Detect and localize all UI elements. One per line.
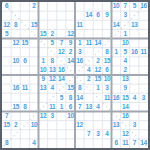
cell-r11c16[interactable]: 3 [139,93,148,102]
cell-r1c9[interactable] [75,2,84,11]
cell-r11c5[interactable] [39,93,48,102]
cell-r3c11[interactable] [93,20,102,29]
cell-r7c9[interactable]: 16 [75,57,84,66]
cell-r13c4[interactable] [29,112,38,121]
cell-r13c2[interactable] [11,112,20,121]
cell-r7c8[interactable]: 14 [66,57,75,66]
cell-r11c2[interactable] [11,93,20,102]
cell-r13c13[interactable] [112,112,121,121]
cell-r9c4[interactable] [29,75,38,84]
cell-r10c3[interactable]: 11 [20,84,29,93]
cell-r11c6[interactable] [48,93,57,102]
cell-r12c4[interactable] [29,102,38,111]
cell-r12c2[interactable]: 15 [11,102,20,111]
cell-r2c11[interactable]: 6 [93,11,102,20]
cell-r11c7[interactable]: 5 [57,93,66,102]
cell-r15c2[interactable] [11,130,20,139]
cell-r13c14[interactable]: 16 [121,112,130,121]
cell-r3c13[interactable]: 14 [112,20,121,29]
cell-r8c15[interactable] [130,66,139,75]
cell-r8c2[interactable] [11,66,20,75]
cell-r2c14[interactable]: 3 [121,11,130,20]
cell-r4c11[interactable] [93,29,102,38]
cell-r5c10[interactable]: 11 [84,39,93,48]
cell-r10c4[interactable] [29,84,38,93]
cell-r12c1[interactable] [2,102,11,111]
cell-r2c15[interactable] [130,11,139,20]
cell-r7c7[interactable] [57,57,66,66]
cell-r2c6[interactable] [48,11,57,20]
cell-r5c12[interactable] [102,39,111,48]
cell-r4c1[interactable]: 5 [2,29,11,38]
cell-r1c14[interactable]: 7 [121,2,130,11]
cell-r6c3[interactable] [20,48,29,57]
cell-r7c10[interactable] [84,57,93,66]
cell-r15c7[interactable] [57,130,66,139]
cell-r6c8[interactable]: 2 [66,48,75,57]
cell-r1c6[interactable] [48,2,57,11]
cell-r12c3[interactable]: 8 [20,102,29,111]
cell-r16c5[interactable] [39,139,48,148]
cell-r4c9[interactable] [75,29,84,38]
cell-r8c16[interactable] [139,66,148,75]
cell-r13c15[interactable] [130,112,139,121]
cell-r16c3[interactable] [20,139,29,148]
cell-r8c11[interactable]: 12 [93,66,102,75]
cell-r1c8[interactable] [66,2,75,11]
cell-r6c5[interactable] [39,48,48,57]
cell-r9c3[interactable] [20,75,29,84]
cell-r16c8[interactable] [66,139,75,148]
cell-r4c15[interactable] [130,29,139,38]
cell-r4c3[interactable] [20,29,29,38]
cell-r14c10[interactable] [84,121,93,130]
cell-r1c15[interactable]: 5 [130,2,139,11]
cell-r8c1[interactable] [2,66,11,75]
cell-r11c3[interactable] [20,93,29,102]
cell-r11c9[interactable]: 14 [75,93,84,102]
cell-r14c14[interactable] [121,121,130,130]
cell-r14c7[interactable] [57,121,66,130]
cell-r12c6[interactable]: 11 [48,102,57,111]
cell-r1c5[interactable] [39,2,48,11]
cell-r16c2[interactable] [11,139,20,148]
cell-r4c7[interactable] [57,29,66,38]
cell-r5c11[interactable]: 14 [93,39,102,48]
cell-r3c8[interactable] [66,20,75,29]
cell-r15c9[interactable] [75,130,84,139]
cell-r10c2[interactable]: 16 [11,84,20,93]
cell-r16c10[interactable] [84,139,93,148]
cell-r16c16[interactable]: 14 [139,139,148,148]
cell-r11c8[interactable]: 8 [66,93,75,102]
cell-r12c15[interactable] [130,102,139,111]
cell-r3c9[interactable]: 11 [75,20,84,29]
cell-r8c14[interactable]: 2 [121,66,130,75]
cell-r10c1[interactable] [2,84,11,93]
cell-r12c5[interactable] [39,102,48,111]
cell-r10c14[interactable]: 9 [121,84,130,93]
cell-r15c12[interactable]: 4 [102,130,111,139]
cell-r14c11[interactable] [93,121,102,130]
cell-r13c6[interactable]: 3 [48,112,57,121]
sudoku-board: 6210751614693128151114135152121121557911… [0,0,150,150]
cell-r1c1[interactable]: 6 [2,2,11,11]
cell-r3c6[interactable] [48,20,57,29]
cell-r13c8[interactable]: 10 [66,112,75,121]
cell-r2c16[interactable] [139,11,148,20]
cell-r14c15[interactable]: 3 [130,121,139,130]
cell-r11c11[interactable] [93,93,102,102]
cell-r9c9[interactable] [75,75,84,84]
cell-r7c13[interactable] [112,57,121,66]
cell-r8c7[interactable]: 16 [57,66,66,75]
cell-r1c7[interactable] [57,2,66,11]
cell-r16c1[interactable]: 8 [2,139,11,148]
cell-r5c1[interactable] [2,39,11,48]
cell-r9c7[interactable]: 14 [57,75,66,84]
cell-r11c15[interactable]: 4 [130,93,139,102]
cell-r3c7[interactable] [57,20,66,29]
cell-r7c1[interactable] [2,57,11,66]
cell-r6c6[interactable] [48,48,57,57]
cell-r3c12[interactable] [102,20,111,29]
cell-r15c13[interactable] [112,130,121,139]
cell-r2c3[interactable] [20,11,29,20]
cell-r7c4[interactable] [29,57,38,66]
cell-r11c12[interactable]: 11 [102,93,111,102]
cell-r6c16[interactable]: 11 [139,48,148,57]
cell-r12c13[interactable] [112,102,121,111]
cell-r1c3[interactable] [20,2,29,11]
cell-r3c2[interactable]: 8 [11,20,20,29]
cell-r5c15[interactable] [130,39,139,48]
cell-r4c13[interactable] [112,29,121,38]
cell-r6c13[interactable]: 1 [112,48,121,57]
cell-r10c7[interactable] [57,84,66,93]
cell-r2c2[interactable] [11,11,20,20]
cell-r3c5[interactable] [39,20,48,29]
cell-r2c7[interactable] [57,11,66,20]
cell-r7c3[interactable]: 6 [20,57,29,66]
cell-r9c15[interactable] [130,75,139,84]
cell-r8c9[interactable] [75,66,84,75]
cell-r6c14[interactable]: 5 [121,48,130,57]
cell-r9c5[interactable]: 9 [39,75,48,84]
cell-r14c4[interactable]: 10 [29,121,38,130]
cell-r5c6[interactable]: 5 [48,39,57,48]
cell-r9c13[interactable] [112,75,121,84]
cell-r2c4[interactable] [29,11,38,20]
cell-r15c5[interactable] [39,130,48,139]
cell-r10c12[interactable]: 3 [102,84,111,93]
cell-r5c14[interactable]: 10 [121,39,130,48]
cell-r8c3[interactable] [20,66,29,75]
cell-r3c15[interactable]: 13 [130,20,139,29]
cell-r7c2[interactable]: 10 [11,57,20,66]
cell-r9c16[interactable] [139,75,148,84]
cell-r12c10[interactable]: 13 [84,102,93,111]
cell-r4c14[interactable]: 1 [121,29,130,38]
cell-r2c1[interactable] [2,11,11,20]
cell-r3c3[interactable] [20,20,29,29]
cell-r14c12[interactable] [102,121,111,130]
cell-r7c16[interactable] [139,57,148,66]
cell-r4c16[interactable] [139,29,148,38]
cell-r2c5[interactable] [39,11,48,20]
cell-r10c13[interactable] [112,84,121,93]
cell-r6c4[interactable] [29,48,38,57]
cell-r13c5[interactable]: 12 [39,112,48,121]
cell-r9c2[interactable] [11,75,20,84]
cell-r15c8[interactable] [66,130,75,139]
cell-r16c14[interactable]: 11 [121,139,130,148]
cell-r8c12[interactable]: 6 [102,66,111,75]
cell-r14c9[interactable]: 12 [75,121,84,130]
cell-r6c11[interactable] [93,48,102,57]
cell-r2c8[interactable] [66,11,75,20]
cell-r5c4[interactable] [29,39,38,48]
cell-r5c3[interactable]: 15 [20,39,29,48]
cell-r16c11[interactable] [93,139,102,148]
cell-r5c8[interactable]: 9 [66,39,75,48]
cell-r9c10[interactable]: 2 [84,75,93,84]
cell-r1c11[interactable] [93,2,102,11]
cell-r10c11[interactable]: 1 [93,84,102,93]
cell-r2c13[interactable] [112,11,121,20]
cell-r4c8[interactable]: 12 [66,29,75,38]
cell-r16c7[interactable] [57,139,66,148]
cell-r15c14[interactable]: 12 [121,130,130,139]
cell-r1c12[interactable] [102,2,111,11]
cell-r16c12[interactable] [102,139,111,148]
cell-r13c12[interactable] [102,112,111,121]
cell-r9c11[interactable]: 15 [93,75,102,84]
cell-r4c4[interactable] [29,29,38,38]
cell-r9c8[interactable] [66,75,75,84]
cell-r3c10[interactable] [84,20,93,29]
cell-r3c4[interactable]: 15 [29,20,38,29]
cell-r13c7[interactable] [57,112,66,121]
cell-r7c12[interactable]: 15 [102,57,111,66]
cell-r15c10[interactable]: 7 [84,130,93,139]
cell-r14c6[interactable] [48,121,57,130]
cell-r6c7[interactable]: 12 [57,48,66,57]
cell-r1c2[interactable] [11,2,20,11]
cell-r10c9[interactable]: 8 [75,84,84,93]
cell-r15c11[interactable]: 3 [93,130,102,139]
cell-r14c13[interactable]: 13 [112,121,121,130]
cell-r5c5[interactable] [39,39,48,48]
sudoku-cells: 6210751614693128151114135152121121557911… [2,2,148,148]
cell-r14c3[interactable] [20,121,29,130]
cell-r8c8[interactable] [66,66,75,75]
cell-r10c10[interactable] [84,84,93,93]
cell-r4c12[interactable] [102,29,111,38]
cell-r6c12[interactable]: 8 [102,48,111,57]
cell-r12c11[interactable]: 4 [93,102,102,111]
cell-r7c6[interactable]: 8 [48,57,57,66]
cell-r4c5[interactable]: 15 [39,29,48,38]
cell-r2c10[interactable]: 14 [84,11,93,20]
cell-r11c1[interactable] [2,93,11,102]
cell-r9c6[interactable]: 12 [48,75,57,84]
cell-r14c16[interactable] [139,121,148,130]
cell-r7c15[interactable] [130,57,139,66]
cell-r9c14[interactable]: 13 [121,75,130,84]
cell-r15c3[interactable] [20,130,29,139]
cell-r9c12[interactable]: 10 [102,75,111,84]
cell-r7c5[interactable]: 1 [39,57,48,66]
cell-r6c9[interactable]: 3 [75,48,84,57]
cell-r7c14[interactable]: 4 [121,57,130,66]
cell-r14c1[interactable]: 15 [2,121,11,130]
cell-r15c6[interactable] [48,130,57,139]
cell-r6c10[interactable] [84,48,93,57]
cell-r14c2[interactable]: 2 [11,121,20,130]
cell-r1c13[interactable]: 10 [112,2,121,11]
cell-r4c2[interactable] [11,29,20,38]
cell-r5c13[interactable] [112,39,121,48]
cell-r8c5[interactable]: 10 [39,66,48,75]
cell-r10c5[interactable]: 13 [39,84,48,93]
cell-r5c7[interactable]: 7 [57,39,66,48]
cell-r6c1[interactable] [2,48,11,57]
cell-r4c10[interactable] [84,29,93,38]
cell-r9c1[interactable] [2,75,11,84]
cell-r11c13[interactable]: 16 [112,93,121,102]
cell-r16c15[interactable]: 7 [130,139,139,148]
cell-r12c12[interactable] [102,102,111,111]
cell-r10c15[interactable] [130,84,139,93]
cell-r12c8[interactable]: 6 [66,102,75,111]
cell-r8c6[interactable]: 13 [48,66,57,75]
cell-r6c2[interactable] [11,48,20,57]
cell-r5c16[interactable] [139,39,148,48]
cell-r11c10[interactable] [84,93,93,102]
cell-r13c1[interactable]: 7 [2,112,11,121]
cell-r15c4[interactable] [29,130,38,139]
cell-r16c9[interactable] [75,139,84,148]
cell-r11c14[interactable]: 15 [121,93,130,102]
cell-r2c12[interactable]: 9 [102,11,111,20]
cell-r3c1[interactable]: 12 [2,20,11,29]
cell-r15c1[interactable] [2,130,11,139]
cell-r4c6[interactable]: 2 [48,29,57,38]
cell-r8c13[interactable] [112,66,121,75]
cell-r15c15[interactable] [130,130,139,139]
cell-r16c13[interactable]: 6 [112,139,121,148]
cell-r8c4[interactable] [29,66,38,75]
cell-r6c15[interactable]: 16 [130,48,139,57]
cell-r1c10[interactable] [84,2,93,11]
cell-r12c14[interactable]: 14 [121,102,130,111]
cell-r11c4[interactable] [29,93,38,102]
cell-r12c7[interactable]: 1 [57,102,66,111]
cell-r8c10[interactable]: 4 [84,66,93,75]
cell-r13c3[interactable] [20,112,29,121]
cell-r1c16[interactable]: 16 [139,2,148,11]
cell-r15c16[interactable] [139,130,148,139]
cell-r16c6[interactable] [48,139,57,148]
cell-r5c2[interactable]: 12 [11,39,20,48]
cell-r3c16[interactable] [139,20,148,29]
cell-r13c9[interactable] [75,112,84,121]
cell-r12c9[interactable]: 7 [75,102,84,111]
cell-r12c16[interactable] [139,102,148,111]
cell-r13c10[interactable] [84,112,93,121]
cell-r13c11[interactable] [93,112,102,121]
cell-r7c11[interactable]: 2 [93,57,102,66]
cell-r10c16[interactable] [139,84,148,93]
cell-r5c9[interactable]: 1 [75,39,84,48]
cell-r16c4[interactable]: 4 [29,139,38,148]
cell-r14c8[interactable] [66,121,75,130]
cell-r10c6[interactable]: 4 [48,84,57,93]
cell-r3c14[interactable] [121,20,130,29]
cell-r2c9[interactable] [75,11,84,20]
cell-r10c8[interactable]: 15 [66,84,75,93]
cell-r1c4[interactable]: 2 [29,2,38,11]
cell-r13c16[interactable] [139,112,148,121]
cell-r14c5[interactable] [39,121,48,130]
